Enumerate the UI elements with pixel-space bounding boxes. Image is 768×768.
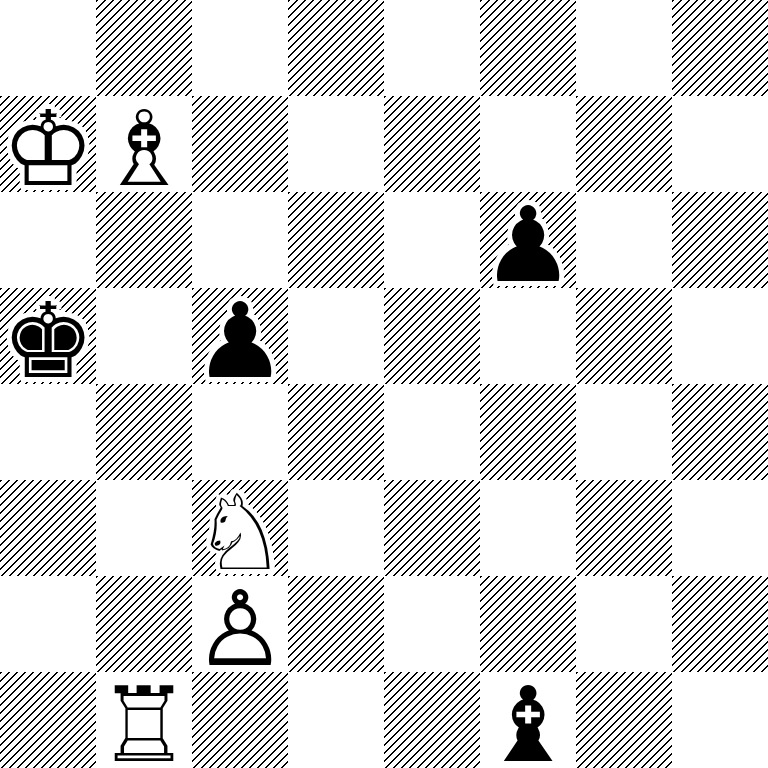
- white-king-icon: ♚♔: [0, 96, 96, 192]
- square-d7[interactable]: [288, 96, 384, 192]
- square-d3[interactable]: [288, 480, 384, 576]
- square-b5[interactable]: [96, 288, 192, 384]
- square-c5[interactable]: ♟: [192, 288, 288, 384]
- square-a1[interactable]: [0, 672, 96, 768]
- white-piece-outline: ♙: [192, 581, 288, 672]
- square-c6[interactable]: [192, 192, 288, 288]
- square-h6[interactable]: [672, 192, 768, 288]
- white-knight-icon: ♞♘: [192, 480, 288, 576]
- square-g6[interactable]: [576, 192, 672, 288]
- square-f1[interactable]: ♝: [480, 672, 576, 768]
- square-f8[interactable]: [480, 0, 576, 96]
- black-pawn-icon: ♟: [192, 288, 288, 384]
- black-pawn-icon: ♟: [480, 192, 576, 288]
- square-d8[interactable]: [288, 0, 384, 96]
- square-g1[interactable]: [576, 672, 672, 768]
- square-f2[interactable]: [480, 576, 576, 672]
- square-a4[interactable]: [0, 384, 96, 480]
- square-h7[interactable]: [672, 96, 768, 192]
- square-g4[interactable]: [576, 384, 672, 480]
- square-c8[interactable]: [192, 0, 288, 96]
- black-piece-glyph: ♚: [0, 293, 96, 384]
- square-f4[interactable]: [480, 384, 576, 480]
- chess-board: ♚♔♝♗♟♚♟♞♘♟♙♜♖♝: [0, 0, 768, 768]
- square-e8[interactable]: [384, 0, 480, 96]
- square-b4[interactable]: [96, 384, 192, 480]
- square-b6[interactable]: [96, 192, 192, 288]
- square-h5[interactable]: [672, 288, 768, 384]
- square-d4[interactable]: [288, 384, 384, 480]
- square-h3[interactable]: [672, 480, 768, 576]
- white-bishop-icon: ♝♗: [96, 96, 192, 192]
- black-king-icon: ♚: [0, 288, 96, 384]
- square-f6[interactable]: ♟: [480, 192, 576, 288]
- square-g8[interactable]: [576, 0, 672, 96]
- square-e1[interactable]: [384, 672, 480, 768]
- square-g3[interactable]: [576, 480, 672, 576]
- white-rook-icon: ♜♖: [96, 672, 192, 768]
- square-b3[interactable]: [96, 480, 192, 576]
- square-e2[interactable]: [384, 576, 480, 672]
- white-pawn-icon: ♟♙: [192, 576, 288, 672]
- square-b8[interactable]: [96, 0, 192, 96]
- white-piece-outline: ♗: [96, 101, 192, 192]
- square-a3[interactable]: [0, 480, 96, 576]
- square-h2[interactable]: [672, 576, 768, 672]
- square-h4[interactable]: [672, 384, 768, 480]
- square-b2[interactable]: [96, 576, 192, 672]
- square-h8[interactable]: [672, 0, 768, 96]
- square-b7[interactable]: ♝♗: [96, 96, 192, 192]
- square-f7[interactable]: [480, 96, 576, 192]
- white-piece-outline: ♘: [192, 485, 288, 576]
- black-piece-glyph: ♟: [192, 293, 288, 384]
- square-g7[interactable]: [576, 96, 672, 192]
- square-a6[interactable]: [0, 192, 96, 288]
- square-g5[interactable]: [576, 288, 672, 384]
- square-a2[interactable]: [0, 576, 96, 672]
- square-c2[interactable]: ♟♙: [192, 576, 288, 672]
- square-g2[interactable]: [576, 576, 672, 672]
- square-d1[interactable]: [288, 672, 384, 768]
- square-c3[interactable]: ♞♘: [192, 480, 288, 576]
- white-piece-outline: ♖: [96, 677, 192, 768]
- square-f5[interactable]: [480, 288, 576, 384]
- square-c7[interactable]: [192, 96, 288, 192]
- white-piece-outline: ♔: [0, 101, 96, 192]
- square-c4[interactable]: [192, 384, 288, 480]
- square-e3[interactable]: [384, 480, 480, 576]
- square-h1[interactable]: [672, 672, 768, 768]
- square-f3[interactable]: [480, 480, 576, 576]
- black-piece-glyph: ♝: [480, 677, 576, 768]
- square-d5[interactable]: [288, 288, 384, 384]
- square-d6[interactable]: [288, 192, 384, 288]
- square-e5[interactable]: [384, 288, 480, 384]
- square-c1[interactable]: [192, 672, 288, 768]
- square-a8[interactable]: [0, 0, 96, 96]
- square-a5[interactable]: ♚: [0, 288, 96, 384]
- square-e6[interactable]: [384, 192, 480, 288]
- square-d2[interactable]: [288, 576, 384, 672]
- square-e4[interactable]: [384, 384, 480, 480]
- black-bishop-icon: ♝: [480, 672, 576, 768]
- square-a7[interactable]: ♚♔: [0, 96, 96, 192]
- square-b1[interactable]: ♜♖: [96, 672, 192, 768]
- black-piece-glyph: ♟: [480, 197, 576, 288]
- square-e7[interactable]: [384, 96, 480, 192]
